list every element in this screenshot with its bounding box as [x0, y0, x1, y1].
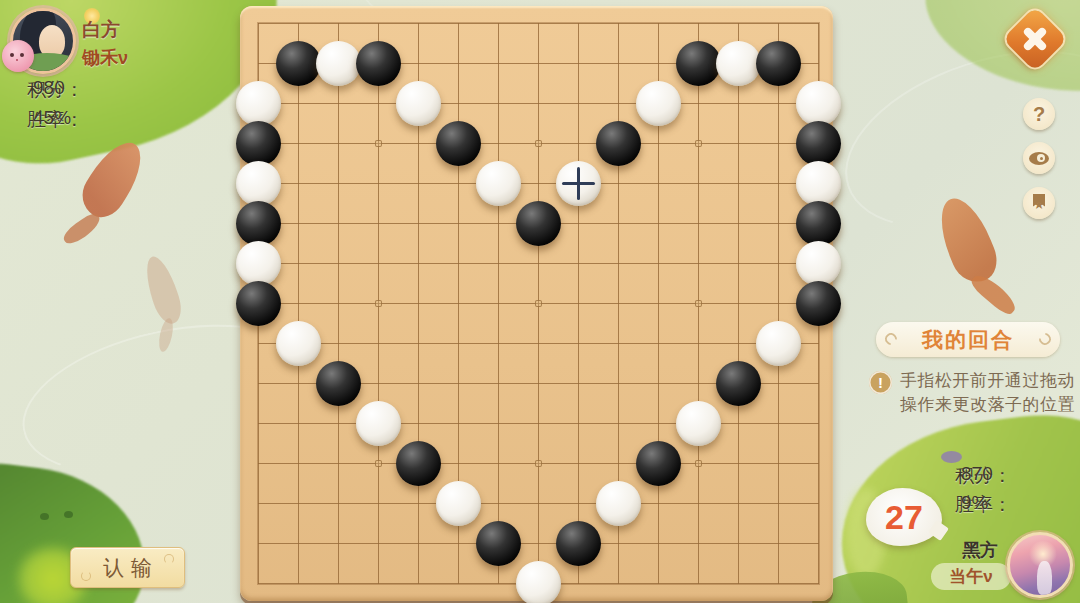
- white-stone-13-8: [756, 321, 801, 366]
- white-stone-14-4: [796, 161, 841, 206]
- white-stone-1-8: [276, 321, 321, 366]
- koi-fish-left-tail: [60, 210, 104, 247]
- black-stone-1-1: [276, 41, 321, 86]
- star-point-11-11: [695, 460, 702, 467]
- white-stone-10-2: [636, 81, 681, 126]
- star-point-7-11: [535, 460, 542, 467]
- black-stone-14-3: [796, 121, 841, 166]
- black-side-label: 黑方: [962, 538, 998, 562]
- turn-title: 我的回合: [922, 326, 1014, 354]
- white-winrate-value: 45%: [33, 107, 71, 129]
- resign-label: 认输: [96, 554, 159, 582]
- black-score-value: 870: [961, 463, 993, 485]
- black-stone-9-3: [596, 121, 641, 166]
- drag-hint-line2: 操作来更改落子的位置: [900, 393, 1075, 416]
- black-stone-7-5: [516, 201, 561, 246]
- black-stone-14-7: [796, 281, 841, 326]
- white-stone-11-10: [676, 401, 721, 446]
- star-point-7-7: [535, 300, 542, 307]
- drag-hint-line1: 手指松开前开通过拖动: [900, 369, 1075, 392]
- eye-icon: [1029, 152, 1049, 165]
- white-stone-4-2: [396, 81, 441, 126]
- water-droplet: [40, 513, 49, 520]
- question-icon: ?: [1033, 103, 1045, 126]
- pending-move-crosshair: [556, 161, 601, 206]
- black-name-pill: 当午ν: [931, 563, 1011, 590]
- black-stone-14-5: [796, 201, 841, 246]
- koi-fish-right-tail: [968, 270, 1019, 317]
- game-screen: 白方 锄禾ν 积分：980 胜率：45% ? ★ 我的回合 ! 手指松开前开通过…: [0, 0, 1080, 603]
- banner-curl-right: [1037, 331, 1054, 348]
- black-stone-3-1: [356, 41, 401, 86]
- black-player-name: 当午ν: [949, 565, 992, 588]
- black-stone-0-5: [236, 201, 281, 246]
- banner-curl-left: [883, 331, 900, 348]
- black-winrate-value: 9%: [961, 492, 988, 514]
- white-stone-2-1: [316, 41, 361, 86]
- achievement-button[interactable]: ★: [1023, 187, 1055, 219]
- black-stone-8-13: [556, 521, 601, 566]
- white-stone-14-6: [796, 241, 841, 286]
- board-grid[interactable]: [258, 23, 819, 584]
- black-stone-4-11: [396, 441, 441, 486]
- timer-seconds: 27: [885, 498, 923, 537]
- pebble: [941, 451, 962, 463]
- black-stone-2-9: [316, 361, 361, 406]
- white-stone-0-2: [236, 81, 281, 126]
- white-score-value: 980: [33, 77, 65, 99]
- black-player-avatar[interactable]: [1007, 532, 1073, 598]
- star-point-3-11: [375, 460, 382, 467]
- move-timer-bubble: 27: [866, 488, 942, 546]
- black-stone-5-3: [436, 121, 481, 166]
- turn-banner: 我的回合: [876, 322, 1060, 357]
- white-stone-0-6: [236, 241, 281, 286]
- star-point-3-3: [375, 140, 382, 147]
- help-button[interactable]: ?: [1023, 98, 1055, 130]
- star-point-3-7: [375, 300, 382, 307]
- pet-icon: [2, 40, 34, 72]
- white-stone-3-10: [356, 401, 401, 446]
- white-stone-6-4: [476, 161, 521, 206]
- black-stone-11-1: [676, 41, 721, 86]
- exclamation-icon: !: [869, 371, 892, 394]
- white-stone-12-1: [716, 41, 761, 86]
- resign-button[interactable]: 认输: [70, 547, 185, 588]
- black-stone-10-11: [636, 441, 681, 486]
- white-stone-8-4: [556, 161, 601, 206]
- black-stone-0-3: [236, 121, 281, 166]
- white-side-label: 白方: [82, 17, 120, 43]
- avatar-figure: [1037, 561, 1052, 595]
- white-stone-14-2: [796, 81, 841, 126]
- water-droplet: [64, 511, 73, 518]
- black-stone-6-13: [476, 521, 521, 566]
- white-stone-9-12: [596, 481, 641, 526]
- black-stone-0-7: [236, 281, 281, 326]
- white-stone-0-4: [236, 161, 281, 206]
- star-point-11-7: [695, 300, 702, 307]
- button-curl: [164, 554, 174, 564]
- black-stone-12-9: [716, 361, 761, 406]
- white-stone-7-14: [516, 561, 561, 603]
- exclamation-glyph: !: [878, 374, 883, 391]
- button-curl: [81, 571, 91, 581]
- black-stone-13-1: [756, 41, 801, 86]
- star-point-11-3: [695, 140, 702, 147]
- koi-fish-left-faint: [140, 253, 186, 328]
- white-stone-5-12: [436, 481, 481, 526]
- white-player-name: 锄禾ν: [82, 46, 128, 70]
- star-point-7-3: [535, 140, 542, 147]
- review-button[interactable]: [1023, 142, 1055, 174]
- board-panel: [240, 6, 833, 601]
- medal-star-icon: ★: [1033, 198, 1045, 211]
